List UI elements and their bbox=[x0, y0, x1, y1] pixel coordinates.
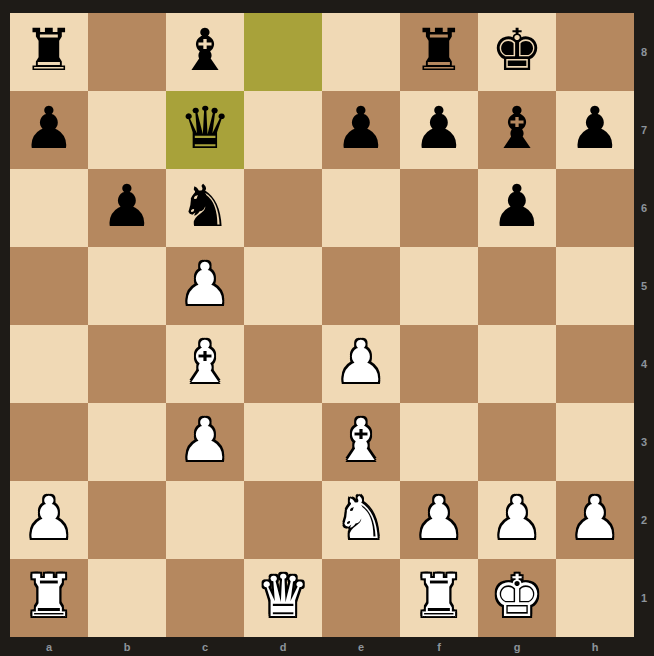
square-b3[interactable] bbox=[88, 403, 166, 481]
square-h4[interactable] bbox=[556, 325, 634, 403]
square-d5[interactable] bbox=[244, 247, 322, 325]
rank-label-2: 2 bbox=[634, 481, 654, 559]
piece-black-pawn[interactable]: ♟ bbox=[101, 167, 153, 245]
square-f5[interactable] bbox=[400, 247, 478, 325]
file-label-h: h bbox=[556, 637, 634, 656]
piece-white-pawn[interactable]: ♟ bbox=[179, 245, 231, 323]
rank-label-4: 4 bbox=[634, 325, 654, 403]
piece-white-queen[interactable]: ♛ bbox=[257, 557, 309, 635]
file-label-e: e bbox=[322, 637, 400, 656]
piece-white-pawn[interactable]: ♟ bbox=[335, 323, 387, 401]
square-c7[interactable]: ♛ bbox=[166, 91, 244, 169]
square-a7[interactable]: ♟ bbox=[10, 91, 88, 169]
square-h7[interactable]: ♟ bbox=[556, 91, 634, 169]
piece-black-pawn[interactable]: ♟ bbox=[569, 89, 621, 167]
square-d1[interactable]: ♛ bbox=[244, 559, 322, 637]
square-h1[interactable] bbox=[556, 559, 634, 637]
square-c3[interactable]: ♟ bbox=[166, 403, 244, 481]
piece-black-rook[interactable]: ♜ bbox=[23, 11, 75, 89]
square-g3[interactable] bbox=[478, 403, 556, 481]
square-g5[interactable] bbox=[478, 247, 556, 325]
file-label-g: g bbox=[478, 637, 556, 656]
square-b2[interactable] bbox=[88, 481, 166, 559]
square-d3[interactable] bbox=[244, 403, 322, 481]
square-g6[interactable]: ♟ bbox=[478, 169, 556, 247]
piece-black-rook[interactable]: ♜ bbox=[413, 11, 465, 89]
square-f7[interactable]: ♟ bbox=[400, 91, 478, 169]
chess-board: ♜♝♜♚♟♛♟♟♝♟♟♞♟♟♝♟♟♝♟♞♟♟♟♜♛♜♚ bbox=[10, 13, 634, 637]
square-f3[interactable] bbox=[400, 403, 478, 481]
square-e7[interactable]: ♟ bbox=[322, 91, 400, 169]
square-f8[interactable]: ♜ bbox=[400, 13, 478, 91]
piece-white-bishop[interactable]: ♝ bbox=[335, 401, 387, 479]
square-b7[interactable] bbox=[88, 91, 166, 169]
square-a3[interactable] bbox=[10, 403, 88, 481]
square-d7[interactable] bbox=[244, 91, 322, 169]
square-e5[interactable] bbox=[322, 247, 400, 325]
square-h6[interactable] bbox=[556, 169, 634, 247]
square-e1[interactable] bbox=[322, 559, 400, 637]
square-b5[interactable] bbox=[88, 247, 166, 325]
square-e8[interactable] bbox=[322, 13, 400, 91]
rank-label-8: 8 bbox=[634, 13, 654, 91]
piece-black-pawn[interactable]: ♟ bbox=[335, 89, 387, 167]
piece-white-pawn[interactable]: ♟ bbox=[569, 479, 621, 557]
square-d4[interactable] bbox=[244, 325, 322, 403]
square-b1[interactable] bbox=[88, 559, 166, 637]
piece-white-pawn[interactable]: ♟ bbox=[179, 401, 231, 479]
square-b8[interactable] bbox=[88, 13, 166, 91]
square-e6[interactable] bbox=[322, 169, 400, 247]
piece-black-bishop[interactable]: ♝ bbox=[179, 11, 231, 89]
square-g4[interactable] bbox=[478, 325, 556, 403]
square-c8[interactable]: ♝ bbox=[166, 13, 244, 91]
square-h2[interactable]: ♟ bbox=[556, 481, 634, 559]
square-h8[interactable] bbox=[556, 13, 634, 91]
square-f1[interactable]: ♜ bbox=[400, 559, 478, 637]
square-a8[interactable]: ♜ bbox=[10, 13, 88, 91]
square-g7[interactable]: ♝ bbox=[478, 91, 556, 169]
square-c6[interactable]: ♞ bbox=[166, 169, 244, 247]
square-a1[interactable]: ♜ bbox=[10, 559, 88, 637]
piece-white-pawn[interactable]: ♟ bbox=[491, 479, 543, 557]
file-label-b: b bbox=[88, 637, 166, 656]
square-a4[interactable] bbox=[10, 325, 88, 403]
file-label-a: a bbox=[10, 637, 88, 656]
piece-white-rook[interactable]: ♜ bbox=[23, 557, 75, 635]
square-a6[interactable] bbox=[10, 169, 88, 247]
piece-black-king[interactable]: ♚ bbox=[491, 11, 543, 89]
file-label-f: f bbox=[400, 637, 478, 656]
rank-labels: 87654321 bbox=[634, 13, 654, 637]
square-d8[interactable] bbox=[244, 13, 322, 91]
square-h5[interactable] bbox=[556, 247, 634, 325]
piece-white-knight[interactable]: ♞ bbox=[335, 479, 387, 557]
square-g8[interactable]: ♚ bbox=[478, 13, 556, 91]
piece-white-pawn[interactable]: ♟ bbox=[23, 479, 75, 557]
square-c1[interactable] bbox=[166, 559, 244, 637]
square-c5[interactable]: ♟ bbox=[166, 247, 244, 325]
piece-black-knight[interactable]: ♞ bbox=[179, 167, 231, 245]
square-f6[interactable] bbox=[400, 169, 478, 247]
piece-black-pawn[interactable]: ♟ bbox=[23, 89, 75, 167]
file-labels: abcdefgh bbox=[10, 637, 634, 656]
rank-label-5: 5 bbox=[634, 247, 654, 325]
rank-label-1: 1 bbox=[634, 559, 654, 637]
piece-black-bishop[interactable]: ♝ bbox=[491, 89, 543, 167]
square-c2[interactable] bbox=[166, 481, 244, 559]
piece-black-pawn[interactable]: ♟ bbox=[491, 167, 543, 245]
file-label-c: c bbox=[166, 637, 244, 656]
square-h3[interactable] bbox=[556, 403, 634, 481]
piece-white-rook[interactable]: ♜ bbox=[413, 557, 465, 635]
file-label-d: d bbox=[244, 637, 322, 656]
square-e3[interactable]: ♝ bbox=[322, 403, 400, 481]
piece-white-bishop[interactable]: ♝ bbox=[179, 323, 231, 401]
piece-white-pawn[interactable]: ♟ bbox=[413, 479, 465, 557]
square-g2[interactable]: ♟ bbox=[478, 481, 556, 559]
chess-app-window: ♜♝♜♚♟♛♟♟♝♟♟♞♟♟♝♟♟♝♟♞♟♟♟♜♛♜♚ 87654321 abc… bbox=[0, 0, 654, 656]
piece-white-king[interactable]: ♚ bbox=[491, 557, 543, 635]
square-b4[interactable] bbox=[88, 325, 166, 403]
square-b6[interactable]: ♟ bbox=[88, 169, 166, 247]
rank-label-7: 7 bbox=[634, 91, 654, 169]
square-d6[interactable] bbox=[244, 169, 322, 247]
rank-label-6: 6 bbox=[634, 169, 654, 247]
square-e4[interactable]: ♟ bbox=[322, 325, 400, 403]
square-d2[interactable] bbox=[244, 481, 322, 559]
square-f2[interactable]: ♟ bbox=[400, 481, 478, 559]
piece-black-queen[interactable]: ♛ bbox=[179, 89, 231, 167]
square-g1[interactable]: ♚ bbox=[478, 559, 556, 637]
square-e2[interactable]: ♞ bbox=[322, 481, 400, 559]
rank-label-3: 3 bbox=[634, 403, 654, 481]
square-c4[interactable]: ♝ bbox=[166, 325, 244, 403]
square-f4[interactable] bbox=[400, 325, 478, 403]
piece-black-pawn[interactable]: ♟ bbox=[413, 89, 465, 167]
square-a2[interactable]: ♟ bbox=[10, 481, 88, 559]
square-a5[interactable] bbox=[10, 247, 88, 325]
